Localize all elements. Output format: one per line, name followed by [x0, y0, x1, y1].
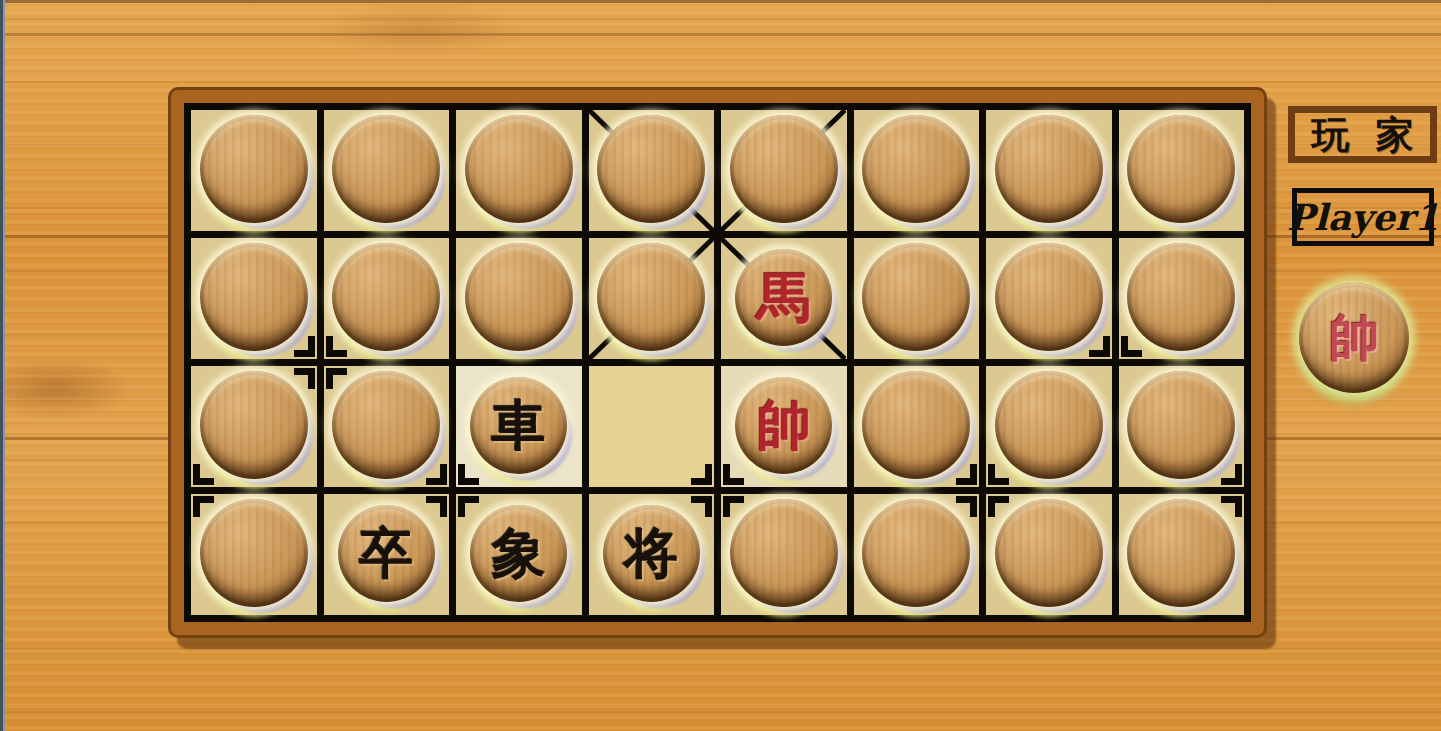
player-side-piece-character: 帥 — [1329, 313, 1379, 363]
cell-r2c7[interactable] — [986, 238, 1112, 359]
cell-r3c4[interactable] — [589, 366, 715, 487]
point-marker-tr — [1221, 496, 1242, 517]
piece-black-chariot-r3c3[interactable]: 車 — [470, 377, 567, 474]
piece-black-soldier-r4c2[interactable]: 卒 — [338, 505, 435, 602]
point-marker-br — [956, 464, 977, 485]
cell-r4c5[interactable] — [721, 494, 847, 615]
point-marker-bl — [988, 464, 1009, 485]
piece-hidden-r1c5[interactable] — [730, 115, 838, 223]
piece-hidden-r2c2[interactable] — [332, 243, 440, 351]
piece-character: 卒 — [359, 526, 413, 580]
point-marker-br — [1089, 336, 1110, 357]
cell-r4c7[interactable] — [986, 494, 1112, 615]
piece-hidden-r1c7[interactable] — [995, 115, 1103, 223]
piece-character: 馬 — [757, 270, 811, 324]
cell-r3c7[interactable] — [986, 366, 1112, 487]
piece-hidden-r1c3[interactable] — [465, 115, 573, 223]
piece-black-general-r4c4[interactable]: 将 — [603, 505, 700, 602]
point-marker-tl — [326, 368, 347, 389]
point-marker-bl — [1121, 336, 1142, 357]
piece-hidden-r1c4[interactable] — [597, 115, 705, 223]
cell-r3c5[interactable]: 帥 — [721, 366, 847, 487]
piece-hidden-r4c6[interactable] — [862, 499, 970, 607]
point-marker-tr — [956, 496, 977, 517]
piece-hidden-r3c8[interactable] — [1127, 371, 1235, 479]
cell-r2c3[interactable] — [456, 238, 582, 359]
cell-r4c6[interactable] — [854, 494, 980, 615]
cell-r2c6[interactable] — [854, 238, 980, 359]
banqi-board-frame: 馬車帥卒象将 — [168, 87, 1267, 638]
piece-hidden-r4c1[interactable] — [200, 499, 308, 607]
player-label: 玩家 — [1312, 116, 1440, 154]
piece-hidden-r4c8[interactable] — [1127, 499, 1235, 607]
piece-hidden-r3c2[interactable] — [332, 371, 440, 479]
player-name-box: Player1 — [1292, 188, 1434, 246]
point-marker-tr — [426, 496, 447, 517]
cell-r4c1[interactable] — [191, 494, 317, 615]
point-marker-tl — [193, 496, 214, 517]
cell-r3c6[interactable] — [854, 366, 980, 487]
cell-r1c3[interactable] — [456, 110, 582, 231]
player-side-piece: 帥 — [1299, 283, 1409, 393]
cell-r3c3[interactable]: 車 — [456, 366, 582, 487]
point-marker-tl — [723, 496, 744, 517]
piece-red-general-r3c5[interactable]: 帥 — [735, 377, 832, 474]
point-marker-br — [426, 464, 447, 485]
cell-r4c2[interactable]: 卒 — [324, 494, 450, 615]
point-marker-br — [691, 464, 712, 485]
app-background: 馬車帥卒象将 玩家 Player1 帥 — [0, 0, 1441, 731]
window-left-edge — [0, 0, 6, 731]
piece-character: 象 — [492, 526, 546, 580]
piece-hidden-r2c6[interactable] — [862, 243, 970, 351]
cell-r1c8[interactable] — [1119, 110, 1245, 231]
cell-r2c1[interactable] — [191, 238, 317, 359]
piece-hidden-r3c6[interactable] — [862, 371, 970, 479]
piece-hidden-r2c8[interactable] — [1127, 243, 1235, 351]
cell-r4c3[interactable]: 象 — [456, 494, 582, 615]
piece-hidden-r4c5[interactable] — [730, 499, 838, 607]
piece-hidden-r1c2[interactable] — [332, 115, 440, 223]
cell-r3c8[interactable] — [1119, 366, 1245, 487]
point-marker-br — [1221, 464, 1242, 485]
piece-hidden-r3c1[interactable] — [200, 371, 308, 479]
point-marker-bl — [193, 464, 214, 485]
board-grid: 馬車帥卒象将 — [184, 103, 1251, 622]
piece-hidden-r1c1[interactable] — [200, 115, 308, 223]
piece-hidden-r3c7[interactable] — [995, 371, 1103, 479]
piece-hidden-r1c8[interactable] — [1127, 115, 1235, 223]
point-marker-tr — [691, 496, 712, 517]
piece-character: 車 — [492, 398, 546, 452]
point-marker-tl — [458, 496, 479, 517]
cell-r1c7[interactable] — [986, 110, 1112, 231]
point-marker-tl — [988, 496, 1009, 517]
cell-r3c2[interactable] — [324, 366, 450, 487]
piece-black-elephant-r4c3[interactable]: 象 — [470, 505, 567, 602]
piece-hidden-r4c7[interactable] — [995, 499, 1103, 607]
cell-r1c2[interactable] — [324, 110, 450, 231]
point-marker-bl — [723, 464, 744, 485]
cell-r3c1[interactable] — [191, 366, 317, 487]
player-name: Player1 — [1287, 199, 1439, 235]
piece-hidden-r1c6[interactable] — [862, 115, 970, 223]
window-top-edge — [0, 0, 1441, 3]
point-marker-bl — [458, 464, 479, 485]
cell-r2c2[interactable] — [324, 238, 450, 359]
piece-hidden-r2c1[interactable] — [200, 243, 308, 351]
piece-hidden-r2c3[interactable] — [465, 243, 573, 351]
cell-r2c8[interactable] — [1119, 238, 1245, 359]
player-label-box: 玩家 — [1288, 106, 1437, 163]
cell-r1c1[interactable] — [191, 110, 317, 231]
piece-hidden-r2c7[interactable] — [995, 243, 1103, 351]
point-marker-bl — [326, 336, 347, 357]
piece-red-horse-r2c5[interactable]: 馬 — [735, 249, 832, 346]
point-marker-br — [294, 336, 315, 357]
piece-character: 将 — [624, 526, 678, 580]
piece-hidden-r2c4[interactable] — [597, 243, 705, 351]
point-marker-tr — [294, 368, 315, 389]
cell-r4c4[interactable]: 将 — [589, 494, 715, 615]
piece-character: 帥 — [757, 398, 811, 452]
cell-r4c8[interactable] — [1119, 494, 1245, 615]
cell-r1c6[interactable] — [854, 110, 980, 231]
